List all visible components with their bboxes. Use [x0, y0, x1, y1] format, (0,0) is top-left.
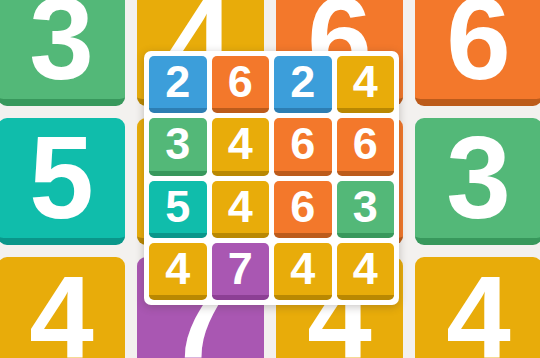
active-board: 2 6 2 4 3 4 6 6 5 4 6 3 4 7 4 4: [144, 51, 399, 305]
bg-tile-r2c1: 5: [0, 118, 125, 245]
tile-r4c3[interactable]: 4: [274, 243, 332, 300]
tile-r3c2[interactable]: 4: [212, 181, 270, 238]
bg-tile-r1c1: 3: [0, 0, 125, 106]
bg-tile-r1c4: 6: [415, 0, 540, 106]
bg-tile-r3c4: 4: [415, 257, 540, 358]
tile-r1c3[interactable]: 2: [274, 56, 332, 113]
tile-r1c1[interactable]: 2: [149, 56, 207, 113]
tile-r4c1[interactable]: 4: [149, 243, 207, 300]
tile-r2c2[interactable]: 4: [212, 118, 270, 175]
tile-r2c1[interactable]: 3: [149, 118, 207, 175]
bg-tile-r2c4: 3: [415, 118, 540, 245]
bg-tile-r3c1: 4: [0, 257, 125, 358]
tile-r3c4[interactable]: 3: [337, 181, 395, 238]
tile-r2c3[interactable]: 6: [274, 118, 332, 175]
tile-r3c1[interactable]: 5: [149, 181, 207, 238]
tile-r3c3[interactable]: 6: [274, 181, 332, 238]
tile-r4c4[interactable]: 4: [337, 243, 395, 300]
tile-r1c4[interactable]: 4: [337, 56, 395, 113]
tile-r4c2[interactable]: 7: [212, 243, 270, 300]
tile-r2c4[interactable]: 6: [337, 118, 395, 175]
tile-r1c2[interactable]: 6: [212, 56, 270, 113]
game-screen: { "game": "number-merge tile puzzle (204…: [0, 0, 540, 358]
